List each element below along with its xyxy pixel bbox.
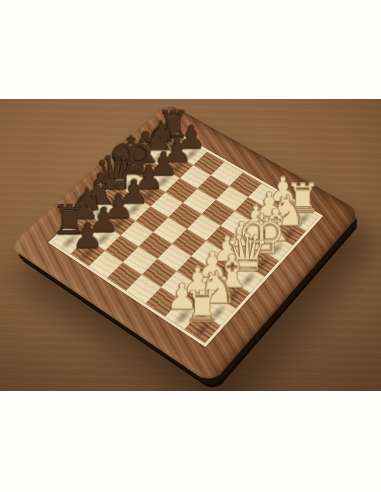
photo-page: ♜♞♝♛♚♝♞♜♟♟♟♟♟♟♟♟♟♟♟♟♟♟♟♟♜♞♝♛♚♝♞♜ [0,0,381,492]
piece-white-rook-a1: ♜ [183,285,221,328]
piece-black-pawn-a7: ♟ [72,218,103,253]
scene: ♜♞♝♛♚♝♞♜♟♟♟♟♟♟♟♟♟♟♟♟♟♟♟♟♜♞♝♛♚♝♞♜ [0,99,381,391]
square-a1: ♜ [185,313,221,343]
board-squares: ♜♞♝♛♚♝♞♜♟♟♟♟♟♟♟♟♟♟♟♟♟♟♟♟♜♞♝♛♚♝♞♜ [48,129,323,347]
table-surface: ♜♞♝♛♚♝♞♜♟♟♟♟♟♟♟♟♟♟♟♟♟♟♟♟♜♞♝♛♚♝♞♜ [0,99,381,391]
square-a7: ♟ [70,239,104,266]
chess-board: ♜♞♝♛♚♝♞♜♟♟♟♟♟♟♟♟♟♟♟♟♟♟♟♟♜♞♝♛♚♝♞♜ [8,103,362,385]
